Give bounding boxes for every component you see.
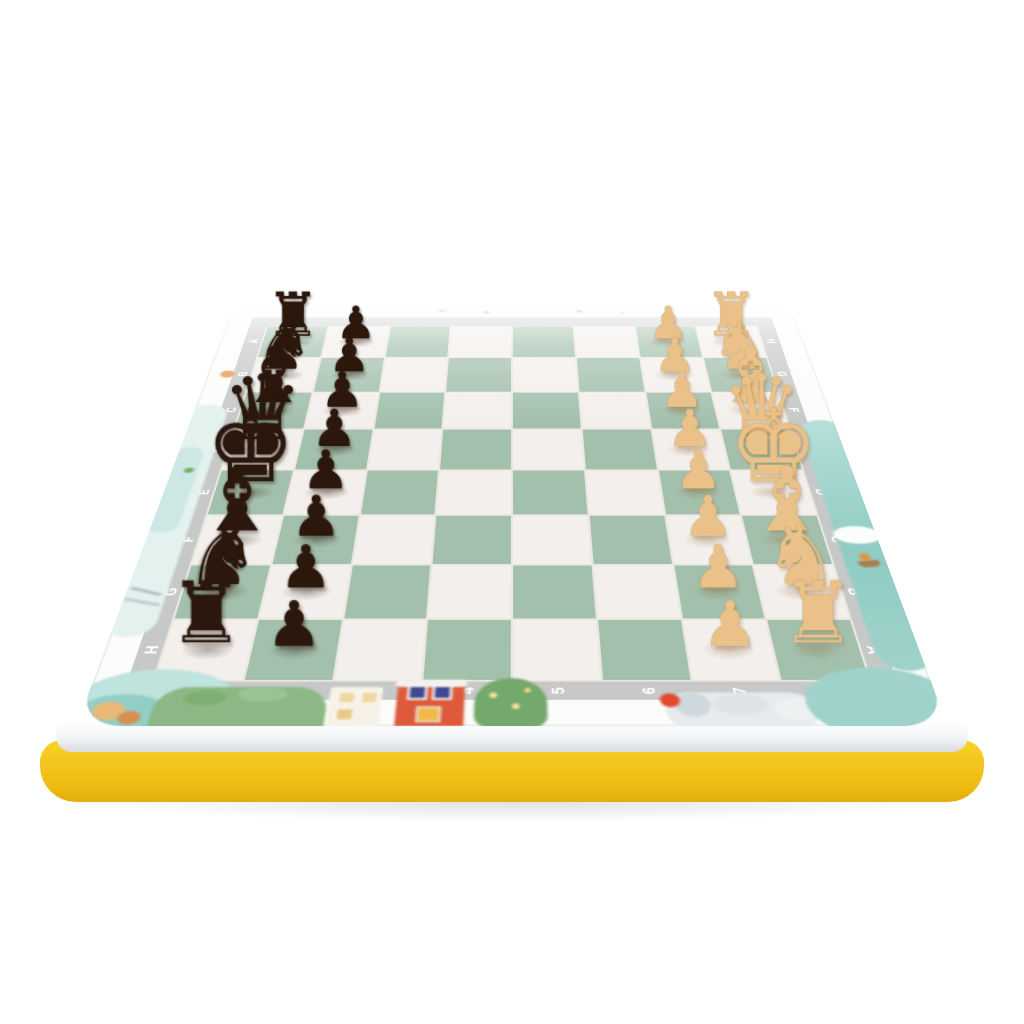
- rim-tree-light-3: [524, 688, 530, 693]
- rim-red-house-right-window-2: [880, 699, 900, 711]
- rook-glyph: ♜: [733, 571, 902, 655]
- rim-teal-pond-bottom-left-2: [76, 694, 173, 726]
- rim-white-house-window: [337, 692, 356, 704]
- rim-yeti-red-ball: [659, 693, 681, 707]
- tin-lid-top: 12345678 HGFEDCBA ABCDEFGH: [76, 306, 948, 726]
- rim-yeti-fur-2: [772, 698, 828, 721]
- front-rank-labels: 12345678: [146, 682, 878, 700]
- rim-red-house-right-snow-roof: [840, 684, 907, 692]
- rim-christmas-tree: [473, 678, 547, 726]
- rim-sand-blob-2: [115, 711, 142, 724]
- rim-white-house-window-3: [335, 708, 355, 720]
- rim-yeti-body: [664, 692, 823, 726]
- rim-white-house-window-2: [360, 692, 379, 704]
- rim-red-house-window: [407, 685, 428, 700]
- rim-green-creature-arm-2: [236, 687, 289, 702]
- rim-tree-light: [489, 692, 497, 697]
- rim-sand-blob: [88, 702, 128, 721]
- rim-red-house-door: [415, 706, 442, 722]
- rim-green-creature: [145, 687, 329, 726]
- rim-red-house-right-window: [860, 699, 880, 711]
- pawn-glyph: ♟: [210, 593, 379, 656]
- rim-red-house-right: [845, 689, 915, 726]
- board-scene: 12345678 HGFEDCBA ABCDEFGH: [0, 0, 1024, 1024]
- rim-yeti-fur: [712, 694, 771, 714]
- rim-green-creature-arm: [182, 691, 229, 706]
- rim-yeti-head: [674, 692, 713, 716]
- product-photo: 12345678 HGFEDCBA ABCDEFGH: [0, 0, 1024, 1024]
- rim-tree-light-2: [512, 703, 520, 709]
- rim-tree-right: [817, 687, 869, 726]
- rim-red-house-snow-roof: [396, 680, 468, 687]
- rim-red-house-window-2: [432, 685, 453, 700]
- rim-white-house: [325, 687, 383, 726]
- rim-red-house: [394, 683, 465, 726]
